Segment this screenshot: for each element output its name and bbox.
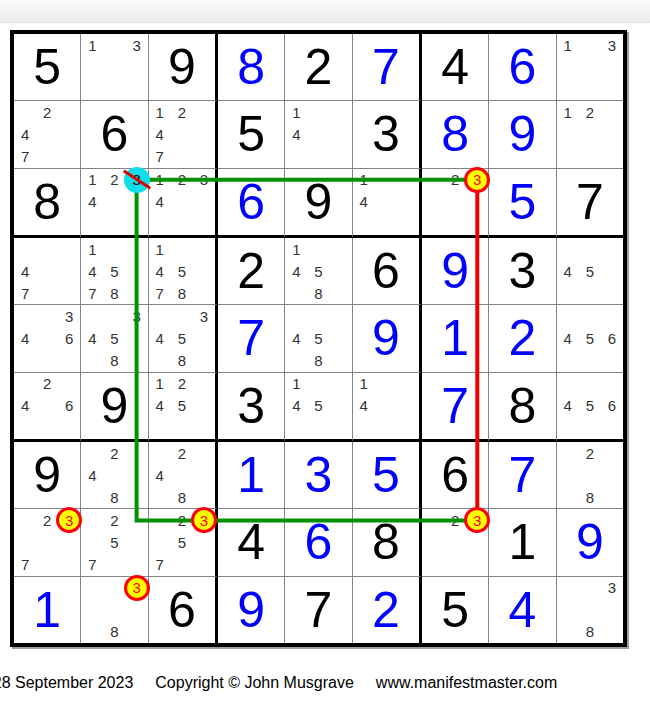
pencil-mark	[330, 395, 352, 417]
cell-value: 7	[422, 373, 488, 439]
cell-r4c6[interactable]: 6	[353, 238, 422, 305]
cell-r1c5[interactable]: 2	[285, 34, 352, 101]
pencil-mark: 4	[149, 327, 171, 349]
cell-r2c1[interactable]: 247	[14, 101, 81, 168]
cell-r8c7[interactable]: 23	[422, 509, 489, 576]
pencil-mark	[422, 509, 444, 531]
pencil-mark	[14, 509, 36, 531]
pencil-mark	[285, 282, 307, 304]
cell-r5c1[interactable]: 346	[14, 305, 81, 372]
cell-r3c9[interactable]: 7	[557, 169, 623, 238]
pencil-mark	[579, 350, 601, 372]
cell-value: 7	[285, 577, 351, 643]
pencil-mark	[14, 101, 36, 123]
pencil-mark: 4	[149, 464, 171, 486]
cell-value: 7	[218, 305, 284, 371]
pencil-mark: 7	[14, 554, 36, 576]
cell-value: 2	[218, 238, 284, 304]
cell-r6c3[interactable]: 1245	[149, 373, 218, 442]
pencil-mark: 5	[307, 327, 329, 349]
pencil-mark	[307, 305, 329, 327]
pencil-mark	[307, 373, 329, 395]
pencil-mark	[36, 417, 58, 439]
pencil-mark	[601, 373, 623, 395]
cell-r9c7[interactable]: 5	[422, 577, 489, 643]
pencil-mark: 1	[557, 34, 579, 56]
pencil-mark	[557, 464, 579, 486]
pencil-mark	[193, 260, 215, 282]
cell-r7c1[interactable]: 9	[14, 442, 81, 509]
sudoku-board: 5139827461324761247514389128124312346914…	[10, 30, 627, 647]
cell-r5c5[interactable]: 458	[285, 305, 352, 372]
cell-r5c8[interactable]: 2	[489, 305, 556, 372]
pencil-mark	[58, 238, 80, 260]
pencil-mark: 5	[307, 395, 329, 417]
pencil-mark: 4	[557, 327, 579, 349]
pencil-mark	[126, 442, 148, 464]
cell-value: 9	[557, 509, 623, 575]
pencil-mark: 8	[103, 282, 125, 304]
cell-r9c4[interactable]: 9	[218, 577, 285, 643]
footer-website: www.manifestmaster.com	[376, 674, 557, 692]
cell-r6c8[interactable]: 8	[489, 373, 556, 442]
pencil-mark	[81, 442, 103, 464]
pencil-mark	[193, 531, 215, 553]
pencil-mark: 6	[601, 327, 623, 349]
cell-r1c8[interactable]: 6	[489, 34, 556, 101]
pencil-mark: 2	[36, 509, 58, 531]
pencil-mark	[193, 327, 215, 349]
pencil-mark	[557, 238, 579, 260]
cell-r5c4[interactable]: 7	[218, 305, 285, 372]
cell-value: 9	[149, 34, 215, 100]
cell-value: 6	[489, 34, 555, 100]
pencil-mark	[126, 621, 148, 643]
cell-r4c3[interactable]: 14578	[149, 238, 218, 305]
pencil-mark: 8	[579, 486, 601, 508]
pencil-mark: 3	[193, 169, 215, 191]
cell-r4c4[interactable]: 2	[218, 238, 285, 305]
cell-r8c5[interactable]: 6	[285, 509, 352, 576]
cell-value: 8	[14, 169, 80, 235]
cell-r3c5[interactable]: 9	[285, 169, 352, 238]
cell-r6c2[interactable]: 9	[81, 373, 148, 442]
pencil-mark	[397, 417, 419, 439]
pencil-mark	[58, 101, 80, 123]
pencil-mark	[557, 146, 579, 168]
cell-r6c5[interactable]: 145	[285, 373, 352, 442]
pencil-mark	[103, 577, 125, 599]
pencil-mark	[126, 464, 148, 486]
cell-r5c6[interactable]: 9	[353, 305, 422, 372]
pencil-mark	[126, 78, 148, 100]
pencil-mark: 2	[103, 442, 125, 464]
pencil-mark: 7	[81, 554, 103, 576]
pencil-mark: 2	[36, 101, 58, 123]
cell-value: 3	[353, 101, 419, 167]
cell-r1c6[interactable]: 7	[353, 34, 422, 101]
cell-r5c9[interactable]: 456	[557, 305, 623, 372]
pencil-mark	[330, 305, 352, 327]
cell-value: 1	[14, 577, 80, 643]
pencil-mark	[126, 260, 148, 282]
pencil-mark	[193, 101, 215, 123]
cell-r6c1[interactable]: 246	[14, 373, 81, 442]
cell-r9c9[interactable]: 38	[557, 577, 623, 643]
pencil-mark	[81, 305, 103, 327]
pencil-mark	[193, 464, 215, 486]
cell-r2c5[interactable]: 14	[285, 101, 352, 168]
cell-value: 5	[14, 34, 80, 100]
pencil-mark	[557, 78, 579, 100]
pencil-mark: 5	[307, 260, 329, 282]
pencil-mark: 3	[601, 577, 623, 599]
pencil-mark	[397, 169, 419, 191]
cell-r4c5[interactable]: 1458	[285, 238, 352, 305]
pencil-mark: 2	[171, 169, 193, 191]
pencil-mark	[579, 78, 601, 100]
pencil-mark	[149, 531, 171, 553]
pencil-mark	[601, 305, 623, 327]
cell-r7c2[interactable]: 248	[81, 442, 148, 509]
pencil-mark	[557, 417, 579, 439]
cell-r4c2[interactable]: 14578	[81, 238, 148, 305]
cell-value: 9	[218, 577, 284, 643]
pencil-mark: 4	[285, 327, 307, 349]
pencil-mark: 5	[103, 531, 125, 553]
pencil-mark	[103, 305, 125, 327]
pencil-mark	[81, 509, 103, 531]
pencil-mark	[375, 169, 397, 191]
pencil-mark	[422, 213, 444, 235]
pencil-mark	[103, 238, 125, 260]
pencil-mark	[126, 599, 148, 621]
cell-value: 6	[353, 238, 419, 304]
pencil-mark	[149, 442, 171, 464]
pencil-mark	[171, 464, 193, 486]
pencil-mark: 4	[149, 395, 171, 417]
cell-r1c1[interactable]: 5	[14, 34, 81, 101]
cell-r4c1[interactable]: 47	[14, 238, 81, 305]
pencil-marks: 12	[557, 101, 623, 167]
cell-r8c2[interactable]: 257	[81, 509, 148, 576]
cell-value: 2	[285, 34, 351, 100]
cell-r8c9[interactable]: 9	[557, 509, 623, 576]
pencil-mark: 5	[171, 395, 193, 417]
pencil-mark: 6	[58, 395, 80, 417]
cell-value: 4	[489, 577, 555, 643]
pencil-mark: 5	[171, 327, 193, 349]
cell-r1c2[interactable]: 13	[81, 34, 148, 101]
chain-node-circle: 3	[124, 575, 150, 601]
pencil-mark	[444, 213, 466, 235]
pencil-mark: 8	[307, 282, 329, 304]
pencil-marks: 458	[285, 305, 351, 371]
pencil-mark: 1	[81, 169, 103, 191]
pencil-mark	[557, 621, 579, 643]
pencil-marks: 1234	[149, 169, 215, 235]
pencil-mark: 8	[171, 486, 193, 508]
pencil-mark	[14, 417, 36, 439]
cell-r5c3[interactable]: 3458	[149, 305, 218, 372]
pencil-mark: 4	[81, 327, 103, 349]
pencil-mark	[375, 213, 397, 235]
pencil-mark	[58, 417, 80, 439]
pencil-mark	[103, 599, 125, 621]
pencil-mark: 1	[149, 169, 171, 191]
pencil-mark: 2	[444, 169, 466, 191]
pencil-mark	[58, 282, 80, 304]
cell-value: 7	[353, 34, 419, 100]
pencil-mark	[330, 260, 352, 282]
cell-value: 3	[489, 238, 555, 304]
cell-value: 5	[353, 442, 419, 508]
pencil-marks: 3458	[81, 305, 147, 371]
cell-r4c8[interactable]: 3	[489, 238, 556, 305]
pencil-mark	[579, 34, 601, 56]
cell-r2c3[interactable]: 1247	[149, 101, 218, 168]
pencil-mark	[149, 486, 171, 508]
pencil-mark	[58, 123, 80, 145]
chain-node-circle: 3	[464, 167, 490, 193]
pencil-mark	[36, 305, 58, 327]
cell-value: 6	[218, 169, 284, 235]
pencil-mark	[103, 56, 125, 78]
pencil-mark: 2	[103, 509, 125, 531]
cell-r8c8[interactable]: 1	[489, 509, 556, 576]
pencil-mark	[171, 213, 193, 235]
pencil-mark: 1	[285, 101, 307, 123]
pencil-mark: 4	[14, 327, 36, 349]
pencil-mark: 4	[557, 260, 579, 282]
cell-r7c6[interactable]: 5	[353, 442, 422, 509]
pencil-mark: 4	[14, 395, 36, 417]
pencil-mark	[307, 417, 329, 439]
pencil-mark	[422, 169, 444, 191]
cell-r9c1[interactable]: 1	[14, 577, 81, 643]
pencil-mark	[397, 191, 419, 213]
pencil-mark	[397, 213, 419, 235]
cell-value: 9	[489, 101, 555, 167]
cell-r5c2[interactable]: 3458	[81, 305, 148, 372]
cell-r8c4[interactable]: 4	[218, 509, 285, 576]
cell-r3c8[interactable]: 5	[489, 169, 556, 238]
pencil-mark	[36, 260, 58, 282]
cell-r4c9[interactable]: 45	[557, 238, 623, 305]
cell-r2c9[interactable]: 12	[557, 101, 623, 168]
cell-r9c2[interactable]: 83	[81, 577, 148, 643]
pencil-mark: 1	[353, 373, 375, 395]
cell-r3c7[interactable]: 23	[422, 169, 489, 238]
cell-r8c3[interactable]: 2573	[149, 509, 218, 576]
pencil-mark	[579, 282, 601, 304]
pencil-mark	[126, 486, 148, 508]
cell-value: 9	[285, 169, 351, 235]
pencil-mark: 8	[171, 350, 193, 372]
pencil-mark	[36, 395, 58, 417]
cell-r3c6[interactable]: 14	[353, 169, 422, 238]
cell-r2c2[interactable]: 6	[81, 101, 148, 168]
pencil-mark	[58, 260, 80, 282]
cell-r9c8[interactable]: 4	[489, 577, 556, 643]
pencil-mark	[330, 123, 352, 145]
pencil-mark	[81, 621, 103, 643]
pencil-mark	[103, 191, 125, 213]
pencil-mark	[579, 417, 601, 439]
pencil-mark	[36, 554, 58, 576]
pencil-mark	[466, 191, 488, 213]
pencil-mark	[81, 599, 103, 621]
pencil-mark	[557, 442, 579, 464]
pencil-mark	[14, 238, 36, 260]
pencil-mark	[307, 146, 329, 168]
cell-r3c1[interactable]: 8	[14, 169, 81, 238]
cell-r9c5[interactable]: 7	[285, 577, 352, 643]
pencil-mark: 5	[579, 260, 601, 282]
pencil-mark	[81, 78, 103, 100]
pencil-mark	[14, 531, 36, 553]
pencil-mark: 4	[353, 395, 375, 417]
pencil-mark	[579, 577, 601, 599]
pencil-mark	[601, 621, 623, 643]
pencil-marks: 38	[557, 577, 623, 643]
cell-r1c9[interactable]: 13	[557, 34, 623, 101]
cell-r8c6[interactable]: 8	[353, 509, 422, 576]
pencil-marks: 247	[14, 101, 80, 167]
pencil-mark: 7	[149, 282, 171, 304]
pencil-mark	[307, 238, 329, 260]
pencil-marks: 145	[285, 373, 351, 439]
cell-r6c6[interactable]: 14	[353, 373, 422, 442]
pencil-mark	[330, 350, 352, 372]
cell-r6c4[interactable]: 3	[218, 373, 285, 442]
pencil-marks: 14578	[149, 238, 215, 304]
pencil-mark	[330, 327, 352, 349]
pencil-marks: 346	[14, 305, 80, 371]
pencil-mark	[601, 123, 623, 145]
pencil-mark	[193, 123, 215, 145]
pencil-mark: 1	[81, 238, 103, 260]
pencil-mark	[36, 238, 58, 260]
pencil-mark	[601, 56, 623, 78]
cell-r1c7[interactable]: 4	[422, 34, 489, 101]
cell-r8c1[interactable]: 273	[14, 509, 81, 576]
pencil-mark	[397, 395, 419, 417]
pencil-mark	[193, 238, 215, 260]
pencil-mark: 7	[14, 146, 36, 168]
pencil-mark	[126, 531, 148, 553]
pencil-mark: 5	[171, 260, 193, 282]
pencil-mark: 3	[126, 34, 148, 56]
pencil-mark	[171, 191, 193, 213]
cell-value: 1	[218, 442, 284, 508]
cell-r2c8[interactable]: 9	[489, 101, 556, 168]
pencil-mark	[193, 373, 215, 395]
cell-value: 6	[81, 101, 147, 167]
pencil-mark	[285, 417, 307, 439]
pencil-mark: 4	[14, 123, 36, 145]
pencil-mark: 2	[171, 373, 193, 395]
cell-value: 3	[218, 373, 284, 439]
cell-r9c3[interactable]: 6	[149, 577, 218, 643]
pencil-mark	[330, 417, 352, 439]
cell-r7c3[interactable]: 248	[149, 442, 218, 509]
pencil-mark: 4	[285, 395, 307, 417]
pencil-mark: 4	[149, 191, 171, 213]
pencil-mark	[193, 350, 215, 372]
pencil-mark	[103, 78, 125, 100]
cell-r3c3[interactable]: 1234	[149, 169, 218, 238]
pencil-mark	[601, 486, 623, 508]
cell-r7c8[interactable]: 7	[489, 442, 556, 509]
cell-r3c4[interactable]: 6	[218, 169, 285, 238]
pencil-mark	[103, 34, 125, 56]
cell-r9c6[interactable]: 2	[353, 577, 422, 643]
pencil-mark	[557, 373, 579, 395]
pencil-mark	[601, 350, 623, 372]
cell-r1c4[interactable]: 8	[218, 34, 285, 101]
pencil-mark: 1	[81, 34, 103, 56]
cell-r5c7[interactable]: 1	[422, 305, 489, 372]
pencil-mark	[126, 191, 148, 213]
pencil-mark: 4	[81, 260, 103, 282]
pencil-mark	[397, 373, 419, 395]
cell-r2c4[interactable]: 5	[218, 101, 285, 168]
pencil-mark	[193, 146, 215, 168]
pencil-mark: 3	[193, 305, 215, 327]
pencil-mark	[149, 350, 171, 372]
pencil-mark: 4	[353, 191, 375, 213]
pencil-mark	[126, 327, 148, 349]
cell-r6c9[interactable]: 456	[557, 373, 623, 442]
pencil-mark	[126, 282, 148, 304]
cell-r2c6[interactable]: 3	[353, 101, 422, 168]
pencil-mark	[58, 554, 80, 576]
pencil-mark	[193, 417, 215, 439]
pencil-mark	[444, 191, 466, 213]
cell-r7c5[interactable]: 3	[285, 442, 352, 509]
pencil-mark: 2	[579, 442, 601, 464]
pencil-mark	[171, 554, 193, 576]
cell-r6c7[interactable]: 7	[422, 373, 489, 442]
pencil-mark: 1	[557, 101, 579, 123]
cell-r3c2[interactable]: 1243	[81, 169, 148, 238]
pencil-mark: 7	[149, 146, 171, 168]
pencil-mark: 5	[103, 327, 125, 349]
cell-r2c7[interactable]: 8	[422, 101, 489, 168]
cell-r4c7[interactable]: 9	[422, 238, 489, 305]
cell-r7c7[interactable]: 6	[422, 442, 489, 509]
cell-r7c9[interactable]: 28	[557, 442, 623, 509]
pencil-mark: 1	[285, 373, 307, 395]
pencil-mark	[81, 213, 103, 235]
pencil-marks: 47	[14, 238, 80, 304]
pencil-mark	[375, 417, 397, 439]
pencil-mark	[330, 101, 352, 123]
cell-value: 8	[353, 509, 419, 575]
pencil-mark: 4	[81, 191, 103, 213]
pencil-mark	[81, 486, 103, 508]
cell-value: 9	[422, 238, 488, 304]
cell-r7c4[interactable]: 1	[218, 442, 285, 509]
pencil-mark	[353, 213, 375, 235]
cell-r1c3[interactable]: 9	[149, 34, 218, 101]
pencil-mark	[557, 486, 579, 508]
pencil-mark	[579, 599, 601, 621]
pencil-mark	[601, 464, 623, 486]
cell-value: 9	[81, 373, 147, 439]
pencil-mark	[14, 373, 36, 395]
